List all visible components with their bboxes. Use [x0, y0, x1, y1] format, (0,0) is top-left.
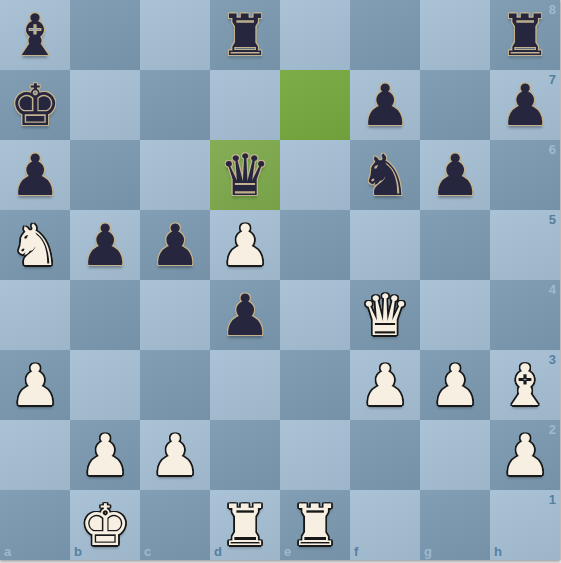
square-h3[interactable]: ♝3 [490, 350, 560, 420]
square-c6[interactable] [140, 140, 210, 210]
square-e4[interactable] [280, 280, 350, 350]
square-f3[interactable]: ♟ [350, 350, 420, 420]
square-f7[interactable]: ♟ [350, 70, 420, 140]
chess-board-page: ♝♜♜8♚♟♟7♟♛♞♟6♞♟♟♟5♟♛4♟♟♟♝3♟♟♟2a♚bc♜d♜efg… [0, 0, 561, 563]
white-pawn-f3[interactable]: ♟ [350, 350, 420, 420]
square-d3[interactable] [210, 350, 280, 420]
white-pawn-b2[interactable]: ♟ [70, 420, 140, 490]
square-f6[interactable]: ♞ [350, 140, 420, 210]
black-pawn-h7[interactable]: ♟ [490, 70, 560, 140]
square-d6[interactable]: ♛ [210, 140, 280, 210]
file-label-c: c [144, 545, 151, 558]
white-rook-e1[interactable]: ♜ [280, 490, 350, 560]
square-b8[interactable] [70, 0, 140, 70]
white-rook-d1[interactable]: ♜ [210, 490, 280, 560]
square-b4[interactable] [70, 280, 140, 350]
square-b5[interactable]: ♟ [70, 210, 140, 280]
white-pawn-g3[interactable]: ♟ [420, 350, 490, 420]
square-f5[interactable] [350, 210, 420, 280]
square-g5[interactable] [420, 210, 490, 280]
square-e7[interactable] [280, 70, 350, 140]
square-c8[interactable] [140, 0, 210, 70]
square-g4[interactable] [420, 280, 490, 350]
square-g3[interactable]: ♟ [420, 350, 490, 420]
white-king-b1[interactable]: ♚ [70, 490, 140, 560]
black-bishop-a8[interactable]: ♝ [0, 0, 70, 70]
white-pawn-h2[interactable]: ♟ [490, 420, 560, 490]
square-e2[interactable] [280, 420, 350, 490]
square-h4[interactable]: 4 [490, 280, 560, 350]
square-c1[interactable]: c [140, 490, 210, 560]
square-h5[interactable]: 5 [490, 210, 560, 280]
square-c2[interactable]: ♟ [140, 420, 210, 490]
white-bishop-h3[interactable]: ♝ [490, 350, 560, 420]
square-d8[interactable]: ♜ [210, 0, 280, 70]
square-a8[interactable]: ♝ [0, 0, 70, 70]
file-label-g: g [424, 545, 432, 558]
square-e5[interactable] [280, 210, 350, 280]
square-f4[interactable]: ♛ [350, 280, 420, 350]
black-pawn-f7[interactable]: ♟ [350, 70, 420, 140]
square-g1[interactable]: g [420, 490, 490, 560]
white-knight-a5[interactable]: ♞ [0, 210, 70, 280]
white-pawn-a3[interactable]: ♟ [0, 350, 70, 420]
square-b6[interactable] [70, 140, 140, 210]
square-d5[interactable]: ♟ [210, 210, 280, 280]
square-d2[interactable] [210, 420, 280, 490]
file-label-a: a [4, 545, 11, 558]
black-queen-d6[interactable]: ♛ [210, 140, 280, 210]
square-e6[interactable] [280, 140, 350, 210]
square-f1[interactable]: f [350, 490, 420, 560]
black-pawn-c5[interactable]: ♟ [140, 210, 210, 280]
square-f2[interactable] [350, 420, 420, 490]
square-c5[interactable]: ♟ [140, 210, 210, 280]
white-pawn-d5[interactable]: ♟ [210, 210, 280, 280]
file-label-f: f [354, 545, 358, 558]
square-b3[interactable] [70, 350, 140, 420]
square-b7[interactable] [70, 70, 140, 140]
square-a4[interactable] [0, 280, 70, 350]
square-g2[interactable] [420, 420, 490, 490]
square-c3[interactable] [140, 350, 210, 420]
square-a3[interactable]: ♟ [0, 350, 70, 420]
black-rook-d8[interactable]: ♜ [210, 0, 280, 70]
square-h2[interactable]: ♟2 [490, 420, 560, 490]
white-queen-f4[interactable]: ♛ [350, 280, 420, 350]
square-e1[interactable]: ♜e [280, 490, 350, 560]
rank-label-1: 1 [549, 493, 556, 506]
square-a2[interactable] [0, 420, 70, 490]
square-f8[interactable] [350, 0, 420, 70]
square-b1[interactable]: ♚b [70, 490, 140, 560]
black-knight-f6[interactable]: ♞ [350, 140, 420, 210]
square-e3[interactable] [280, 350, 350, 420]
square-d4[interactable]: ♟ [210, 280, 280, 350]
square-c4[interactable] [140, 280, 210, 350]
rank-label-4: 4 [549, 283, 556, 296]
square-h1[interactable]: 1h [490, 490, 560, 560]
square-h6[interactable]: 6 [490, 140, 560, 210]
file-label-h: h [494, 545, 502, 558]
square-h8[interactable]: ♜8 [490, 0, 560, 70]
rank-label-6: 6 [549, 143, 556, 156]
square-d7[interactable] [210, 70, 280, 140]
square-a6[interactable]: ♟ [0, 140, 70, 210]
square-c7[interactable] [140, 70, 210, 140]
black-king-a7[interactable]: ♚ [0, 70, 70, 140]
white-pawn-c2[interactable]: ♟ [140, 420, 210, 490]
black-rook-h8[interactable]: ♜ [490, 0, 560, 70]
square-g7[interactable] [420, 70, 490, 140]
square-g6[interactable]: ♟ [420, 140, 490, 210]
black-pawn-b5[interactable]: ♟ [70, 210, 140, 280]
square-a5[interactable]: ♞ [0, 210, 70, 280]
black-pawn-g6[interactable]: ♟ [420, 140, 490, 210]
square-b2[interactable]: ♟ [70, 420, 140, 490]
chess-board: ♝♜♜8♚♟♟7♟♛♞♟6♞♟♟♟5♟♛4♟♟♟♝3♟♟♟2a♚bc♜d♜efg… [0, 0, 560, 560]
black-pawn-a6[interactable]: ♟ [0, 140, 70, 210]
square-h7[interactable]: ♟7 [490, 70, 560, 140]
square-d1[interactable]: ♜d [210, 490, 280, 560]
square-g8[interactable] [420, 0, 490, 70]
square-a1[interactable]: a [0, 490, 70, 560]
square-e8[interactable] [280, 0, 350, 70]
black-pawn-d4[interactable]: ♟ [210, 280, 280, 350]
rank-label-5: 5 [549, 213, 556, 226]
square-a7[interactable]: ♚ [0, 70, 70, 140]
